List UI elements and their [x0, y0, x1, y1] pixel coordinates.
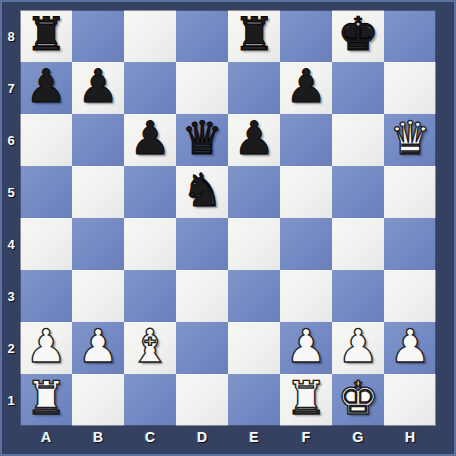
square-h6[interactable]: ♛ — [384, 114, 436, 166]
piece-white-king[interactable]: ♚ — [337, 375, 378, 421]
square-a2[interactable]: ♟ — [20, 322, 72, 374]
piece-white-pawn[interactable]: ♟ — [285, 323, 326, 369]
square-d6[interactable]: ♛ — [176, 114, 228, 166]
square-h3[interactable] — [384, 270, 436, 322]
rank-label-6: 6 — [2, 114, 20, 166]
piece-white-queen[interactable]: ♛ — [389, 115, 430, 161]
square-g4[interactable] — [332, 218, 384, 270]
piece-black-knight[interactable]: ♞ — [181, 167, 222, 213]
rank-label-7: 7 — [2, 62, 20, 114]
square-f7[interactable]: ♟ — [280, 62, 332, 114]
square-f5[interactable] — [280, 166, 332, 218]
square-b8[interactable] — [72, 10, 124, 62]
square-d7[interactable] — [176, 62, 228, 114]
square-h7[interactable] — [384, 62, 436, 114]
square-g2[interactable]: ♟ — [332, 322, 384, 374]
square-b3[interactable] — [72, 270, 124, 322]
piece-white-rook[interactable]: ♜ — [25, 375, 66, 421]
square-g1[interactable]: ♚ — [332, 374, 384, 426]
piece-black-pawn[interactable]: ♟ — [25, 63, 66, 109]
square-f2[interactable]: ♟ — [280, 322, 332, 374]
square-b2[interactable]: ♟ — [72, 322, 124, 374]
file-label-h: H — [384, 426, 436, 454]
piece-white-pawn[interactable]: ♟ — [77, 323, 118, 369]
piece-black-pawn[interactable]: ♟ — [77, 63, 118, 109]
square-c7[interactable] — [124, 62, 176, 114]
square-b1[interactable] — [72, 374, 124, 426]
piece-black-queen[interactable]: ♛ — [181, 115, 222, 161]
square-e7[interactable] — [228, 62, 280, 114]
square-c3[interactable] — [124, 270, 176, 322]
square-a3[interactable] — [20, 270, 72, 322]
file-label-e: E — [228, 426, 280, 454]
piece-white-pawn[interactable]: ♟ — [337, 323, 378, 369]
square-g7[interactable] — [332, 62, 384, 114]
square-a6[interactable] — [20, 114, 72, 166]
chess-board: 87654321ABCDEFGH♜♜♚♟♟♟♟♛♟♛♞♟♟♝♟♟♟♜♜♚ — [0, 0, 456, 456]
square-b4[interactable] — [72, 218, 124, 270]
square-c5[interactable] — [124, 166, 176, 218]
piece-white-pawn[interactable]: ♟ — [25, 323, 66, 369]
square-c6[interactable]: ♟ — [124, 114, 176, 166]
square-b5[interactable] — [72, 166, 124, 218]
piece-white-bishop[interactable]: ♝ — [129, 323, 170, 369]
square-a5[interactable] — [20, 166, 72, 218]
square-f3[interactable] — [280, 270, 332, 322]
piece-black-pawn[interactable]: ♟ — [233, 115, 274, 161]
file-label-a: A — [20, 426, 72, 454]
file-label-b: B — [72, 426, 124, 454]
piece-black-rook[interactable]: ♜ — [25, 11, 66, 57]
rank-label-4: 4 — [2, 218, 20, 270]
square-h8[interactable] — [384, 10, 436, 62]
square-b7[interactable]: ♟ — [72, 62, 124, 114]
square-d8[interactable] — [176, 10, 228, 62]
square-g6[interactable] — [332, 114, 384, 166]
square-e8[interactable]: ♜ — [228, 10, 280, 62]
piece-black-rook[interactable]: ♜ — [233, 11, 274, 57]
square-f8[interactable] — [280, 10, 332, 62]
square-d4[interactable] — [176, 218, 228, 270]
square-d1[interactable] — [176, 374, 228, 426]
piece-black-king[interactable]: ♚ — [337, 11, 378, 57]
rank-label-1: 1 — [2, 374, 20, 426]
square-e6[interactable]: ♟ — [228, 114, 280, 166]
file-label-g: G — [332, 426, 384, 454]
piece-white-rook[interactable]: ♜ — [285, 375, 326, 421]
square-h4[interactable] — [384, 218, 436, 270]
square-a4[interactable] — [20, 218, 72, 270]
square-f4[interactable] — [280, 218, 332, 270]
rank-label-2: 2 — [2, 322, 20, 374]
square-f1[interactable]: ♜ — [280, 374, 332, 426]
rank-label-5: 5 — [2, 166, 20, 218]
square-g3[interactable] — [332, 270, 384, 322]
square-c2[interactable]: ♝ — [124, 322, 176, 374]
square-a7[interactable]: ♟ — [20, 62, 72, 114]
square-e2[interactable] — [228, 322, 280, 374]
piece-black-pawn[interactable]: ♟ — [129, 115, 170, 161]
piece-black-pawn[interactable]: ♟ — [285, 63, 326, 109]
square-g8[interactable]: ♚ — [332, 10, 384, 62]
square-c1[interactable] — [124, 374, 176, 426]
square-d5[interactable]: ♞ — [176, 166, 228, 218]
square-a8[interactable]: ♜ — [20, 10, 72, 62]
square-e3[interactable] — [228, 270, 280, 322]
square-h2[interactable]: ♟ — [384, 322, 436, 374]
square-h1[interactable] — [384, 374, 436, 426]
file-label-f: F — [280, 426, 332, 454]
square-b6[interactable] — [72, 114, 124, 166]
square-f6[interactable] — [280, 114, 332, 166]
rank-label-8: 8 — [2, 10, 20, 62]
rank-label-3: 3 — [2, 270, 20, 322]
square-c4[interactable] — [124, 218, 176, 270]
square-d2[interactable] — [176, 322, 228, 374]
square-a1[interactable]: ♜ — [20, 374, 72, 426]
piece-white-pawn[interactable]: ♟ — [389, 323, 430, 369]
square-h5[interactable] — [384, 166, 436, 218]
square-d3[interactable] — [176, 270, 228, 322]
square-g5[interactable] — [332, 166, 384, 218]
square-e5[interactable] — [228, 166, 280, 218]
file-label-d: D — [176, 426, 228, 454]
square-c8[interactable] — [124, 10, 176, 62]
square-e1[interactable] — [228, 374, 280, 426]
square-e4[interactable] — [228, 218, 280, 270]
file-label-c: C — [124, 426, 176, 454]
